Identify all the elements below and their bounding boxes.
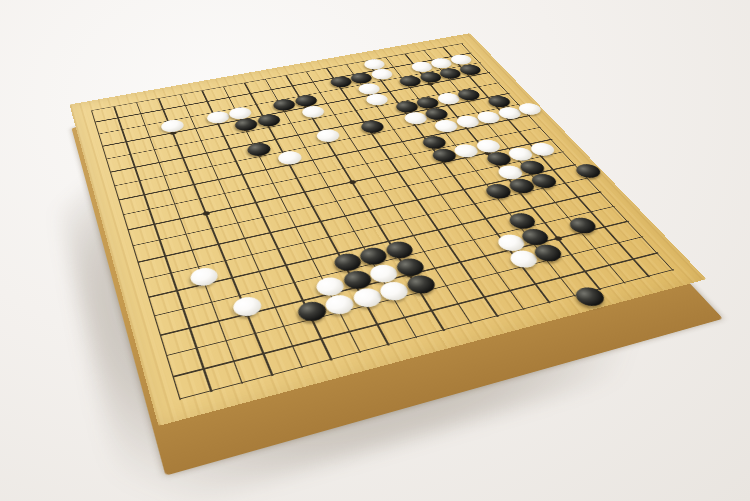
black-stone[interactable] bbox=[565, 215, 600, 235]
white-stone[interactable] bbox=[230, 294, 264, 318]
white-stone[interactable] bbox=[369, 68, 396, 81]
loose-black-stone[interactable] bbox=[570, 285, 608, 309]
black-stone[interactable] bbox=[245, 141, 273, 157]
black-stone[interactable] bbox=[233, 117, 260, 132]
star-point bbox=[426, 82, 434, 86]
black-stone[interactable] bbox=[294, 299, 329, 324]
black-stone[interactable] bbox=[255, 113, 282, 128]
photo-background bbox=[0, 0, 750, 501]
star-point bbox=[348, 180, 356, 185]
star-point bbox=[553, 236, 563, 242]
white-stone[interactable] bbox=[364, 93, 392, 107]
black-stone[interactable] bbox=[358, 119, 387, 134]
white-stone[interactable] bbox=[205, 110, 232, 125]
white-stone[interactable] bbox=[314, 128, 342, 144]
go-board bbox=[69, 33, 706, 426]
white-stone[interactable] bbox=[275, 149, 304, 166]
white-stone[interactable] bbox=[159, 118, 185, 133]
star-point bbox=[202, 211, 210, 216]
black-stone[interactable] bbox=[572, 162, 605, 179]
white-stone[interactable] bbox=[188, 265, 221, 288]
